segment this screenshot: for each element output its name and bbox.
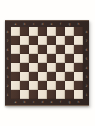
square-d5 xyxy=(38,54,47,63)
square-b3 xyxy=(20,72,29,81)
square-h4 xyxy=(74,63,83,72)
square-d4 xyxy=(38,63,47,72)
file-label-bottom-c: c xyxy=(29,100,38,104)
square-c8 xyxy=(29,27,38,36)
square-e1 xyxy=(47,90,56,99)
square-f5 xyxy=(56,54,65,63)
square-g4 xyxy=(65,63,74,72)
rank-label-right-7: 7 xyxy=(84,36,89,45)
square-c4 xyxy=(29,63,38,72)
square-a8 xyxy=(11,27,20,36)
square-h7 xyxy=(74,36,83,45)
rank-label-left-8: 8 xyxy=(5,27,10,36)
square-d3 xyxy=(38,72,47,81)
file-label-top-e: e xyxy=(47,22,56,26)
square-b2 xyxy=(20,81,29,90)
rank-label-right-1: 1 xyxy=(84,90,89,99)
file-label-bottom-f: f xyxy=(56,100,65,104)
square-g7 xyxy=(65,36,74,45)
file-label-top-d: d xyxy=(38,22,47,26)
square-e3 xyxy=(47,72,56,81)
file-label-bottom-g: g xyxy=(65,100,74,104)
rank-label-left-4: 4 xyxy=(5,63,10,72)
square-g5 xyxy=(65,54,74,63)
file-labels-bottom: abcdefgh xyxy=(11,100,83,104)
square-d8 xyxy=(38,27,47,36)
square-c5 xyxy=(29,54,38,63)
square-b1 xyxy=(20,90,29,99)
square-b4 xyxy=(20,63,29,72)
file-label-bottom-b: b xyxy=(20,100,29,104)
file-label-bottom-e: e xyxy=(47,100,56,104)
rank-label-right-3: 3 xyxy=(84,72,89,81)
square-g1 xyxy=(65,90,74,99)
file-label-bottom-h: h xyxy=(74,100,83,104)
file-label-top-h: h xyxy=(74,22,83,26)
square-c2 xyxy=(29,81,38,90)
square-a1 xyxy=(11,90,20,99)
square-e4 xyxy=(47,63,56,72)
file-label-top-g: g xyxy=(65,22,74,26)
square-b8 xyxy=(20,27,29,36)
square-g3 xyxy=(65,72,74,81)
square-a4 xyxy=(11,63,20,72)
square-e7 xyxy=(47,36,56,45)
file-label-top-c: c xyxy=(29,22,38,26)
square-e6 xyxy=(47,45,56,54)
square-a2 xyxy=(11,81,20,90)
square-c7 xyxy=(29,36,38,45)
square-h2 xyxy=(74,81,83,90)
square-d2 xyxy=(38,81,47,90)
square-d1 xyxy=(38,90,47,99)
square-f1 xyxy=(56,90,65,99)
file-label-top-a: a xyxy=(11,22,20,26)
file-label-bottom-a: a xyxy=(11,100,20,104)
rank-label-left-2: 2 xyxy=(5,81,10,90)
square-g8 xyxy=(65,27,74,36)
rank-label-right-5: 5 xyxy=(84,54,89,63)
square-d6 xyxy=(38,45,47,54)
square-f6 xyxy=(56,45,65,54)
rank-label-left-6: 6 xyxy=(5,45,10,54)
rank-labels-right: 87654321 xyxy=(84,27,89,99)
rank-label-left-3: 3 xyxy=(5,72,10,81)
rank-labels-left: 87654321 xyxy=(5,27,10,99)
file-labels-top: abcdefgh xyxy=(11,22,83,26)
file-label-top-f: f xyxy=(56,22,65,26)
square-f4 xyxy=(56,63,65,72)
square-a6 xyxy=(11,45,20,54)
square-c6 xyxy=(29,45,38,54)
square-e5 xyxy=(47,54,56,63)
square-d7 xyxy=(38,36,47,45)
square-a5 xyxy=(11,54,20,63)
square-h8 xyxy=(74,27,83,36)
rank-label-right-8: 8 xyxy=(84,27,89,36)
rank-label-left-1: 1 xyxy=(5,90,10,99)
square-c3 xyxy=(29,72,38,81)
square-g2 xyxy=(65,81,74,90)
square-h5 xyxy=(74,54,83,63)
board-grid xyxy=(11,27,83,99)
square-h1 xyxy=(74,90,83,99)
square-f3 xyxy=(56,72,65,81)
square-a7 xyxy=(11,36,20,45)
square-b6 xyxy=(20,45,29,54)
square-h6 xyxy=(74,45,83,54)
rank-label-left-7: 7 xyxy=(5,36,10,45)
square-h3 xyxy=(74,72,83,81)
square-b5 xyxy=(20,54,29,63)
product-photo-background: abcdefgh abcdefgh 87654321 87654321 xyxy=(0,0,95,126)
square-b7 xyxy=(20,36,29,45)
rank-label-right-2: 2 xyxy=(84,81,89,90)
rank-label-left-5: 5 xyxy=(5,54,10,63)
file-label-top-b: b xyxy=(20,22,29,26)
square-f7 xyxy=(56,36,65,45)
square-a3 xyxy=(11,72,20,81)
square-c1 xyxy=(29,90,38,99)
square-e2 xyxy=(47,81,56,90)
square-g6 xyxy=(65,45,74,54)
file-label-bottom-d: d xyxy=(38,100,47,104)
square-f8 xyxy=(56,27,65,36)
rank-label-right-4: 4 xyxy=(84,63,89,72)
chess-board: abcdefgh abcdefgh 87654321 87654321 xyxy=(5,20,89,106)
rank-label-right-6: 6 xyxy=(84,45,89,54)
square-e8 xyxy=(47,27,56,36)
square-f2 xyxy=(56,81,65,90)
